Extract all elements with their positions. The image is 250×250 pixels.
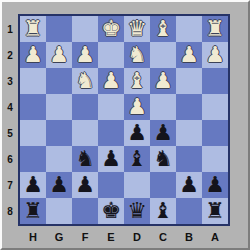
- square-e7[interactable]: [98, 172, 124, 198]
- rank-label-3: 3: [2, 68, 18, 94]
- square-d7[interactable]: [124, 172, 150, 198]
- piece-black-pawn: ♟: [202, 172, 228, 198]
- square-f4[interactable]: [72, 94, 98, 120]
- square-e8[interactable]: ♚: [98, 198, 124, 224]
- rank-label-2: 2: [2, 42, 18, 68]
- square-g3[interactable]: [46, 68, 72, 94]
- square-a2[interactable]: ♟: [202, 42, 228, 68]
- piece-black-pawn: ♟: [72, 172, 98, 198]
- square-a6[interactable]: [202, 146, 228, 172]
- piece-black-pawn: ♟: [46, 172, 72, 198]
- square-b7[interactable]: ♟: [176, 172, 202, 198]
- piece-white-knight: ♞: [72, 68, 98, 94]
- square-h4[interactable]: [20, 94, 46, 120]
- square-a5[interactable]: [202, 120, 228, 146]
- square-a1[interactable]: ♜: [202, 16, 228, 42]
- file-label-a: A: [202, 228, 228, 246]
- square-e6[interactable]: ♟: [98, 146, 124, 172]
- file-label-h: H: [20, 228, 46, 246]
- square-g6[interactable]: [46, 146, 72, 172]
- rank-label-6: 6: [2, 146, 18, 172]
- square-c1[interactable]: ♝: [150, 16, 176, 42]
- square-b5[interactable]: [176, 120, 202, 146]
- piece-black-pawn: ♟: [20, 172, 46, 198]
- square-b3[interactable]: [176, 68, 202, 94]
- file-label-b: B: [176, 228, 202, 246]
- rank-label-5: 5: [2, 120, 18, 146]
- piece-black-bishop: ♝: [124, 146, 150, 172]
- square-f3[interactable]: ♞: [72, 68, 98, 94]
- rank-label-8: 8: [2, 198, 18, 224]
- piece-white-pawn: ♟: [98, 68, 124, 94]
- piece-black-knight: ♞: [72, 146, 98, 172]
- piece-white-queen: ♛: [124, 16, 150, 42]
- file-label-d: D: [124, 228, 150, 246]
- square-c2[interactable]: [150, 42, 176, 68]
- square-d1[interactable]: ♛: [124, 16, 150, 42]
- piece-white-bishop: ♝: [124, 68, 150, 94]
- square-c4[interactable]: [150, 94, 176, 120]
- piece-white-pawn: ♟: [20, 42, 46, 68]
- square-g2[interactable]: ♟: [46, 42, 72, 68]
- file-label-c: C: [150, 228, 176, 246]
- piece-white-rook: ♜: [202, 16, 228, 42]
- piece-white-rook: ♜: [20, 16, 46, 42]
- square-d3[interactable]: ♝: [124, 68, 150, 94]
- file-label-f: F: [72, 228, 98, 246]
- piece-black-pawn: ♟: [176, 172, 202, 198]
- square-d4[interactable]: ♟: [124, 94, 150, 120]
- square-a4[interactable]: [202, 94, 228, 120]
- piece-black-rook: ♜: [20, 198, 46, 224]
- piece-white-bishop: ♝: [150, 16, 176, 42]
- square-f5[interactable]: [72, 120, 98, 146]
- piece-black-queen: ♛: [124, 198, 150, 224]
- piece-white-pawn: ♟: [176, 42, 202, 68]
- square-f1[interactable]: [72, 16, 98, 42]
- chess-board: ♜♚♛♝♜♟♟♟♞♟♟♞♟♝♟♟♟♟♞♟♝♞♟♟♟♟♟♜♚♛♝♜: [18, 14, 230, 226]
- square-d8[interactable]: ♛: [124, 198, 150, 224]
- rank-label-1: 1: [2, 16, 18, 42]
- piece-white-pawn: ♟: [46, 42, 72, 68]
- piece-black-king: ♚: [98, 198, 124, 224]
- square-b2[interactable]: ♟: [176, 42, 202, 68]
- rank-labels: 12345678: [2, 16, 18, 224]
- piece-white-knight: ♞: [124, 42, 150, 68]
- square-f7[interactable]: ♟: [72, 172, 98, 198]
- square-e2[interactable]: [98, 42, 124, 68]
- square-h7[interactable]: ♟: [20, 172, 46, 198]
- square-e5[interactable]: [98, 120, 124, 146]
- square-f6[interactable]: ♞: [72, 146, 98, 172]
- square-c7[interactable]: [150, 172, 176, 198]
- square-g7[interactable]: ♟: [46, 172, 72, 198]
- file-label-g: G: [46, 228, 72, 246]
- square-b6[interactable]: [176, 146, 202, 172]
- square-e4[interactable]: [98, 94, 124, 120]
- piece-white-pawn: ♟: [72, 42, 98, 68]
- file-labels: HGFEDCBA: [20, 228, 228, 246]
- square-b1[interactable]: [176, 16, 202, 42]
- square-b4[interactable]: [176, 94, 202, 120]
- square-e3[interactable]: ♟: [98, 68, 124, 94]
- piece-black-pawn: ♟: [124, 120, 150, 146]
- square-h3[interactable]: [20, 68, 46, 94]
- square-g1[interactable]: [46, 16, 72, 42]
- piece-black-pawn: ♟: [98, 146, 124, 172]
- piece-white-pawn: ♟: [202, 42, 228, 68]
- piece-black-knight: ♞: [150, 146, 176, 172]
- square-b8[interactable]: [176, 198, 202, 224]
- piece-white-king: ♚: [98, 16, 124, 42]
- rank-label-4: 4: [2, 94, 18, 120]
- square-c8[interactable]: ♝: [150, 198, 176, 224]
- piece-black-bishop: ♝: [150, 198, 176, 224]
- piece-white-pawn: ♟: [124, 94, 150, 120]
- square-g5[interactable]: [46, 120, 72, 146]
- chess-app-frame: 12345678 ♜♚♛♝♜♟♟♟♞♟♟♞♟♝♟♟♟♟♞♟♝♞♟♟♟♟♟♜♚♛♝…: [0, 0, 250, 250]
- square-g4[interactable]: [46, 94, 72, 120]
- square-d5[interactable]: ♟: [124, 120, 150, 146]
- square-f2[interactable]: ♟: [72, 42, 98, 68]
- square-c3[interactable]: ♟: [150, 68, 176, 94]
- square-c6[interactable]: ♞: [150, 146, 176, 172]
- square-h8[interactable]: ♜: [20, 198, 46, 224]
- square-e1[interactable]: ♚: [98, 16, 124, 42]
- square-a8[interactable]: ♜: [202, 198, 228, 224]
- square-f8[interactable]: [72, 198, 98, 224]
- square-g8[interactable]: [46, 198, 72, 224]
- square-h6[interactable]: [20, 146, 46, 172]
- piece-white-pawn: ♟: [150, 68, 176, 94]
- square-a7[interactable]: ♟: [202, 172, 228, 198]
- piece-black-rook: ♜: [202, 198, 228, 224]
- rank-label-7: 7: [2, 172, 18, 198]
- square-h5[interactable]: [20, 120, 46, 146]
- square-d2[interactable]: ♞: [124, 42, 150, 68]
- square-c5[interactable]: ♟: [150, 120, 176, 146]
- square-h2[interactable]: ♟: [20, 42, 46, 68]
- file-label-e: E: [98, 228, 124, 246]
- square-a3[interactable]: [202, 68, 228, 94]
- square-h1[interactable]: ♜: [20, 16, 46, 42]
- square-d6[interactable]: ♝: [124, 146, 150, 172]
- piece-black-pawn: ♟: [150, 120, 176, 146]
